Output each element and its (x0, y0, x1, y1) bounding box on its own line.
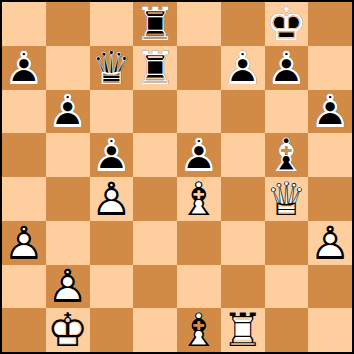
square-a8[interactable] (2, 2, 46, 46)
square-f2[interactable] (221, 265, 265, 309)
square-g2[interactable] (265, 265, 309, 309)
square-h8[interactable] (308, 2, 352, 46)
black-rook-outline-glyph: ♖ (133, 46, 177, 90)
white-bishop-e4[interactable]: ♝♗ (177, 177, 221, 221)
black-pawn-a7[interactable]: ♟♙ (2, 46, 46, 90)
chess-board: ♜♖♚♔♟♙♛♕♜♖♟♙♟♙♟♙♟♙♟♙♟♙♝♗♟♙♝♗♛♕♟♙♟♙♟♙♚♔♝♗… (2, 2, 352, 352)
square-g8[interactable]: ♚♔ (265, 2, 309, 46)
black-pawn-outline-glyph: ♙ (90, 133, 134, 177)
black-pawn-g7[interactable]: ♟♙ (265, 46, 309, 90)
white-pawn-c4[interactable]: ♟♙ (90, 177, 134, 221)
square-b1[interactable]: ♚♔ (46, 308, 90, 352)
square-b8[interactable] (46, 2, 90, 46)
black-rook-outline-glyph: ♖ (133, 2, 177, 46)
square-h7[interactable] (308, 46, 352, 90)
white-rook-outline-glyph: ♖ (221, 308, 265, 352)
white-bishop-outline-glyph: ♗ (177, 308, 221, 352)
square-c4[interactable]: ♟♙ (90, 177, 134, 221)
square-f5[interactable] (221, 133, 265, 177)
black-bishop-outline-glyph: ♗ (265, 133, 309, 177)
white-pawn-outline-glyph: ♙ (46, 265, 90, 309)
square-c1[interactable] (90, 308, 134, 352)
square-c6[interactable] (90, 90, 134, 134)
square-f4[interactable] (221, 177, 265, 221)
square-d6[interactable] (133, 90, 177, 134)
square-a7[interactable]: ♟♙ (2, 46, 46, 90)
square-e1[interactable]: ♝♗ (177, 308, 221, 352)
black-pawn-outline-glyph: ♙ (177, 133, 221, 177)
black-pawn-b6[interactable]: ♟♙ (46, 90, 90, 134)
square-g4[interactable]: ♛♕ (265, 177, 309, 221)
black-queen-outline-glyph: ♕ (90, 46, 134, 90)
square-d7[interactable]: ♜♖ (133, 46, 177, 90)
square-d3[interactable] (133, 221, 177, 265)
square-c2[interactable] (90, 265, 134, 309)
square-d1[interactable] (133, 308, 177, 352)
white-king-b1[interactable]: ♚♔ (46, 308, 90, 352)
square-e4[interactable]: ♝♗ (177, 177, 221, 221)
black-king-g8[interactable]: ♚♔ (265, 2, 309, 46)
square-h4[interactable] (308, 177, 352, 221)
square-h5[interactable] (308, 133, 352, 177)
black-pawn-outline-glyph: ♙ (308, 90, 352, 134)
square-f3[interactable] (221, 221, 265, 265)
square-a3[interactable]: ♟♙ (2, 221, 46, 265)
black-king-outline-glyph: ♔ (265, 2, 309, 46)
white-queen-outline-glyph: ♕ (265, 177, 309, 221)
square-h3[interactable]: ♟♙ (308, 221, 352, 265)
square-f7[interactable]: ♟♙ (221, 46, 265, 90)
square-a4[interactable] (2, 177, 46, 221)
square-d8[interactable]: ♜♖ (133, 2, 177, 46)
white-pawn-outline-glyph: ♙ (308, 221, 352, 265)
square-b4[interactable] (46, 177, 90, 221)
square-e6[interactable] (177, 90, 221, 134)
square-c8[interactable] (90, 2, 134, 46)
square-e5[interactable]: ♟♙ (177, 133, 221, 177)
black-pawn-outline-glyph: ♙ (221, 46, 265, 90)
black-pawn-outline-glyph: ♙ (2, 46, 46, 90)
board-frame: ♜♖♚♔♟♙♛♕♜♖♟♙♟♙♟♙♟♙♟♙♟♙♝♗♟♙♝♗♛♕♟♙♟♙♟♙♚♔♝♗… (0, 0, 354, 354)
square-a6[interactable] (2, 90, 46, 134)
square-f1[interactable]: ♜♖ (221, 308, 265, 352)
square-g7[interactable]: ♟♙ (265, 46, 309, 90)
square-a1[interactable] (2, 308, 46, 352)
square-a5[interactable] (2, 133, 46, 177)
white-king-outline-glyph: ♔ (46, 308, 90, 352)
white-bishop-outline-glyph: ♗ (177, 177, 221, 221)
black-pawn-outline-glyph: ♙ (265, 46, 309, 90)
square-d4[interactable] (133, 177, 177, 221)
square-b7[interactable] (46, 46, 90, 90)
white-pawn-a3[interactable]: ♟♙ (2, 221, 46, 265)
black-pawn-h6[interactable]: ♟♙ (308, 90, 352, 134)
square-b5[interactable] (46, 133, 90, 177)
white-queen-g4[interactable]: ♛♕ (265, 177, 309, 221)
square-e3[interactable] (177, 221, 221, 265)
square-g1[interactable] (265, 308, 309, 352)
white-rook-f1[interactable]: ♜♖ (221, 308, 265, 352)
square-h1[interactable] (308, 308, 352, 352)
black-rook-d7[interactable]: ♜♖ (133, 46, 177, 90)
square-e7[interactable] (177, 46, 221, 90)
black-pawn-e5[interactable]: ♟♙ (177, 133, 221, 177)
black-pawn-f7[interactable]: ♟♙ (221, 46, 265, 90)
square-c5[interactable]: ♟♙ (90, 133, 134, 177)
black-pawn-outline-glyph: ♙ (46, 90, 90, 134)
white-pawn-outline-glyph: ♙ (90, 177, 134, 221)
black-pawn-c5[interactable]: ♟♙ (90, 133, 134, 177)
square-e8[interactable] (177, 2, 221, 46)
square-g6[interactable] (265, 90, 309, 134)
square-a2[interactable] (2, 265, 46, 309)
square-d5[interactable] (133, 133, 177, 177)
white-pawn-b2[interactable]: ♟♙ (46, 265, 90, 309)
square-f6[interactable] (221, 90, 265, 134)
white-pawn-outline-glyph: ♙ (2, 221, 46, 265)
square-b2[interactable]: ♟♙ (46, 265, 90, 309)
square-d2[interactable] (133, 265, 177, 309)
square-g5[interactable]: ♝♗ (265, 133, 309, 177)
square-h2[interactable] (308, 265, 352, 309)
black-queen-c7[interactable]: ♛♕ (90, 46, 134, 90)
square-b6[interactable]: ♟♙ (46, 90, 90, 134)
square-f8[interactable] (221, 2, 265, 46)
square-e2[interactable] (177, 265, 221, 309)
square-b3[interactable] (46, 221, 90, 265)
white-pawn-h3[interactable]: ♟♙ (308, 221, 352, 265)
square-h6[interactable]: ♟♙ (308, 90, 352, 134)
black-rook-d8[interactable]: ♜♖ (133, 2, 177, 46)
square-c7[interactable]: ♛♕ (90, 46, 134, 90)
square-g3[interactable] (265, 221, 309, 265)
black-bishop-g5[interactable]: ♝♗ (265, 133, 309, 177)
square-c3[interactable] (90, 221, 134, 265)
white-bishop-e1[interactable]: ♝♗ (177, 308, 221, 352)
